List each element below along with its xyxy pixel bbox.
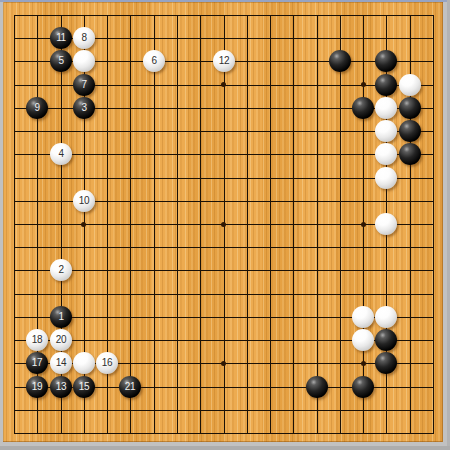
stone-black-move-3[interactable]: 3 xyxy=(73,97,95,119)
star-point xyxy=(81,222,86,227)
stone-white[interactable] xyxy=(375,213,397,235)
grid-line-vertical xyxy=(317,15,318,434)
stone-white[interactable] xyxy=(73,50,95,72)
stone-black[interactable] xyxy=(306,376,328,398)
stone-black-move-7[interactable]: 7 xyxy=(73,74,95,96)
stone-white-move-16[interactable]: 16 xyxy=(96,352,118,374)
grid-line-horizontal xyxy=(14,294,434,295)
stone-black-move-15[interactable]: 15 xyxy=(73,376,95,398)
stone-white[interactable] xyxy=(73,352,95,374)
stone-black-move-13[interactable]: 13 xyxy=(50,376,72,398)
stone-black-move-1[interactable]: 1 xyxy=(50,306,72,328)
star-point xyxy=(361,361,366,366)
stone-white[interactable] xyxy=(375,306,397,328)
stone-white[interactable] xyxy=(352,329,374,351)
stone-white[interactable] xyxy=(375,143,397,165)
stone-black[interactable] xyxy=(375,74,397,96)
stone-black[interactable] xyxy=(375,50,397,72)
grid-line-vertical xyxy=(293,15,294,434)
star-point xyxy=(221,82,226,87)
stone-black-move-17[interactable]: 17 xyxy=(26,352,48,374)
stone-white-move-18[interactable]: 18 xyxy=(26,329,48,351)
stone-white[interactable] xyxy=(375,97,397,119)
stone-black[interactable] xyxy=(375,352,397,374)
stone-white-move-10[interactable]: 10 xyxy=(73,190,95,212)
stone-black[interactable] xyxy=(399,143,421,165)
stone-black[interactable] xyxy=(352,376,374,398)
stone-black[interactable] xyxy=(399,120,421,142)
star-point xyxy=(361,222,366,227)
stone-black-move-5[interactable]: 5 xyxy=(50,50,72,72)
stone-black[interactable] xyxy=(375,329,397,351)
go-board[interactable]: 118561279341021182017141619131521 xyxy=(3,2,443,442)
stone-black-move-19[interactable]: 19 xyxy=(26,376,48,398)
grid-line-horizontal xyxy=(14,270,434,271)
stone-black-move-21[interactable]: 21 xyxy=(119,376,141,398)
grid-line-vertical xyxy=(247,15,248,434)
stone-white-move-12[interactable]: 12 xyxy=(213,50,235,72)
grid-line-vertical xyxy=(433,15,434,434)
grid-line-horizontal xyxy=(14,410,434,411)
stone-white[interactable] xyxy=(375,167,397,189)
grid-line-vertical xyxy=(270,15,271,434)
stone-white-move-8[interactable]: 8 xyxy=(73,27,95,49)
grid-line-horizontal xyxy=(14,247,434,248)
stone-white-move-20[interactable]: 20 xyxy=(50,329,72,351)
stone-white[interactable] xyxy=(399,74,421,96)
stone-white-move-6[interactable]: 6 xyxy=(143,50,165,72)
grid-line-vertical xyxy=(340,15,341,434)
stone-black-move-11[interactable]: 11 xyxy=(50,27,72,49)
stone-black[interactable] xyxy=(329,50,351,72)
stone-white[interactable] xyxy=(375,120,397,142)
stone-black[interactable] xyxy=(352,97,374,119)
frame-bottom-edge xyxy=(0,446,450,450)
stone-black-move-9[interactable]: 9 xyxy=(26,97,48,119)
grid-line-horizontal xyxy=(14,433,434,434)
star-point xyxy=(221,222,226,227)
stone-white-move-4[interactable]: 4 xyxy=(50,143,72,165)
stone-black[interactable] xyxy=(399,97,421,119)
stone-white-move-2[interactable]: 2 xyxy=(50,259,72,281)
star-point xyxy=(221,361,226,366)
star-point xyxy=(361,82,366,87)
stone-white[interactable] xyxy=(352,306,374,328)
stone-white-move-14[interactable]: 14 xyxy=(50,352,72,374)
